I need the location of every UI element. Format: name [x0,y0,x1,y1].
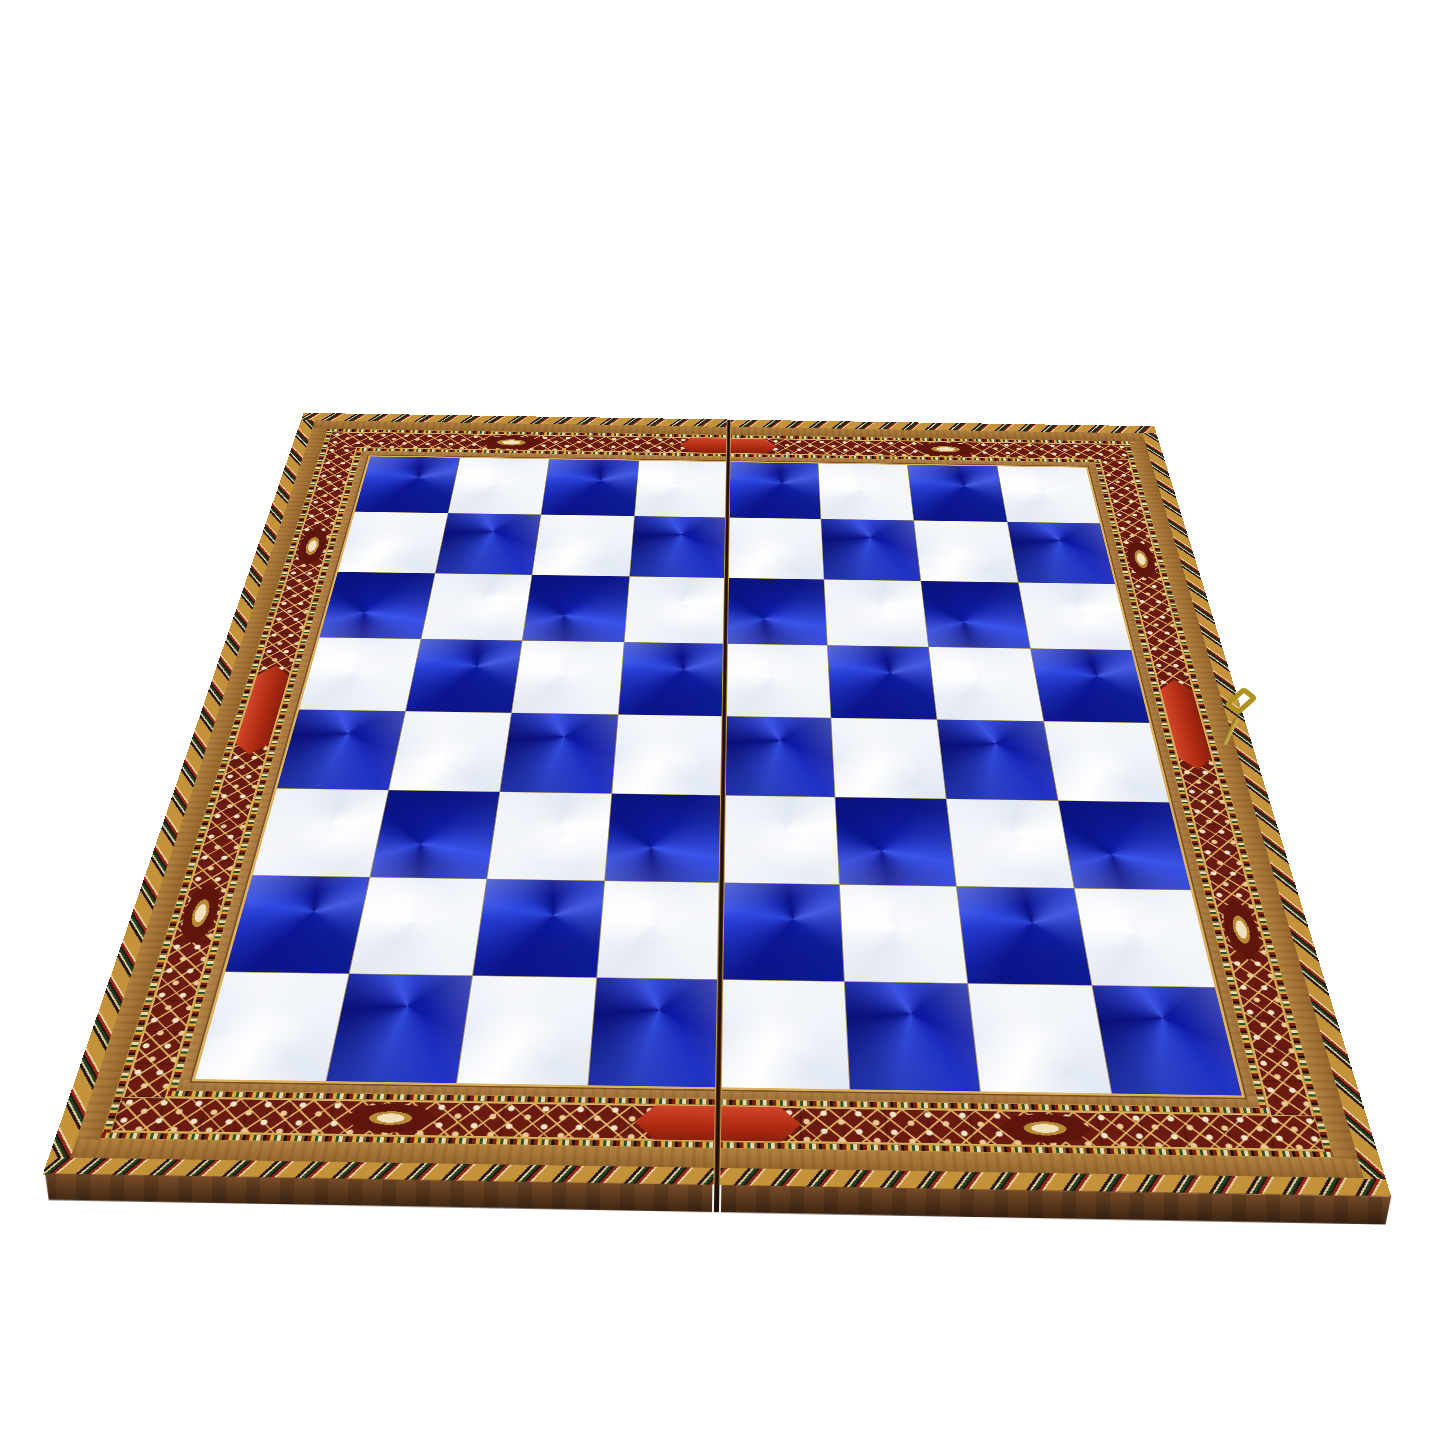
square-g7[interactable] [914,521,1018,583]
square-h7[interactable] [1007,522,1114,584]
square-d2[interactable] [597,881,721,979]
square-a7[interactable] [338,512,447,573]
square-e6[interactable] [726,578,827,645]
square-g1[interactable] [968,984,1111,1094]
square-b2[interactable] [349,877,486,975]
square-f5[interactable] [827,646,936,719]
square-c3[interactable] [487,792,611,880]
square-f8[interactable] [818,463,913,520]
square-d8[interactable] [635,461,728,518]
square-g6[interactable] [921,581,1029,648]
square-b5[interactable] [406,639,522,712]
square-b8[interactable] [448,458,549,515]
square-f3[interactable] [835,797,956,886]
square-d3[interactable] [605,794,723,883]
square-c8[interactable] [541,459,638,516]
square-d6[interactable] [624,577,726,644]
square-h8[interactable] [997,466,1100,523]
square-d7[interactable] [630,516,727,578]
square-g2[interactable] [957,887,1091,985]
square-b4[interactable] [389,711,511,791]
board-scene [42,0,1414,1231]
square-d1[interactable] [588,978,720,1087]
chess-board [42,413,1391,1197]
square-c4[interactable] [500,713,617,793]
square-f1[interactable] [844,982,979,1092]
square-e2[interactable] [721,883,844,981]
square-e8[interactable] [728,462,821,519]
square-a5[interactable] [299,638,420,711]
square-h5[interactable] [1030,649,1149,722]
square-f7[interactable] [821,519,921,581]
square-e7[interactable] [727,518,823,580]
square-e5[interactable] [725,644,831,717]
square-h2[interactable] [1074,888,1215,987]
square-c6[interactable] [523,575,629,642]
square-b1[interactable] [326,974,472,1083]
square-h4[interactable] [1044,721,1169,802]
clasp-stem [1222,716,1240,745]
square-b7[interactable] [435,513,540,574]
square-c7[interactable] [532,515,633,576]
clasp-ring-icon [1224,687,1258,716]
square-g4[interactable] [937,720,1057,801]
square-c5[interactable] [512,641,623,714]
square-f4[interactable] [831,718,946,798]
square-d5[interactable] [618,643,725,716]
side-edge-seam [710,1184,723,1214]
square-h6[interactable] [1018,583,1131,650]
square-g8[interactable] [908,465,1007,522]
square-g5[interactable] [929,647,1043,720]
square-a6[interactable] [320,572,435,639]
square-a3[interactable] [253,788,388,876]
brass-clasp[interactable] [1224,688,1262,754]
square-f2[interactable] [839,885,967,983]
square-c1[interactable] [457,976,596,1085]
square-h3[interactable] [1058,801,1190,890]
square-d4[interactable] [612,715,724,795]
square-b6[interactable] [421,574,532,641]
square-e4[interactable] [723,716,834,796]
square-c2[interactable] [473,879,604,977]
square-g3[interactable] [947,799,1074,888]
square-e1[interactable] [719,980,849,1090]
square-a4[interactable] [277,710,405,790]
square-e3[interactable] [722,795,839,884]
square-f6[interactable] [824,580,928,647]
square-a8[interactable] [355,456,459,513]
square-b3[interactable] [370,790,499,878]
